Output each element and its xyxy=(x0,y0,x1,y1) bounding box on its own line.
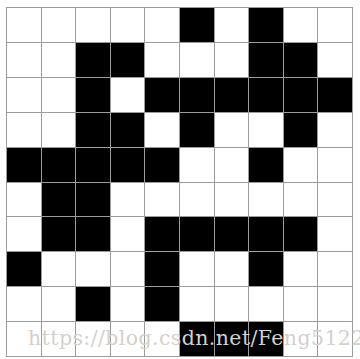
cell-r8c7[interactable] xyxy=(215,252,249,286)
cell-r6c8[interactable] xyxy=(249,183,283,217)
cell-r6c6[interactable] xyxy=(180,183,214,217)
cell-r8c5[interactable] xyxy=(145,252,179,286)
cell-r4c6[interactable] xyxy=(180,113,214,147)
cell-r1c5[interactable] xyxy=(145,8,179,42)
cell-r1c4[interactable] xyxy=(111,8,145,42)
cell-r6c4[interactable] xyxy=(111,183,145,217)
cell-r10c5[interactable] xyxy=(145,322,179,356)
cell-r10c8[interactable] xyxy=(249,322,283,356)
cell-r7c4[interactable] xyxy=(111,217,145,251)
cell-r7c3[interactable] xyxy=(76,217,110,251)
cell-r7c2[interactable] xyxy=(42,217,76,251)
cell-r3c4[interactable] xyxy=(111,78,145,112)
cell-r4c2[interactable] xyxy=(42,113,76,147)
cell-r2c9[interactable] xyxy=(284,43,318,77)
cell-r2c1[interactable] xyxy=(7,43,41,77)
cell-r4c7[interactable] xyxy=(215,113,249,147)
cell-r5c4[interactable] xyxy=(111,148,145,182)
cell-r1c8[interactable] xyxy=(249,8,283,42)
cell-r5c7[interactable] xyxy=(215,148,249,182)
cell-r10c9[interactable] xyxy=(284,322,318,356)
cell-r4c10[interactable] xyxy=(318,113,352,147)
cell-r8c8[interactable] xyxy=(249,252,283,286)
cell-r1c1[interactable] xyxy=(7,8,41,42)
cell-r2c6[interactable] xyxy=(180,43,214,77)
cell-r2c10[interactable] xyxy=(318,43,352,77)
cell-r8c4[interactable] xyxy=(111,252,145,286)
cell-r8c1[interactable] xyxy=(7,252,41,286)
cell-r10c3[interactable] xyxy=(76,322,110,356)
cell-r7c8[interactable] xyxy=(249,217,283,251)
cell-r6c1[interactable] xyxy=(7,183,41,217)
cell-r2c8[interactable] xyxy=(249,43,283,77)
cell-r5c2[interactable] xyxy=(42,148,76,182)
cell-r2c5[interactable] xyxy=(145,43,179,77)
cell-r4c4[interactable] xyxy=(111,113,145,147)
cell-r3c2[interactable] xyxy=(42,78,76,112)
cell-r8c9[interactable] xyxy=(284,252,318,286)
cell-r5c10[interactable] xyxy=(318,148,352,182)
cell-r1c10[interactable] xyxy=(318,8,352,42)
cell-r1c6[interactable] xyxy=(180,8,214,42)
cell-r6c3[interactable] xyxy=(76,183,110,217)
cell-r3c5[interactable] xyxy=(145,78,179,112)
cell-r7c6[interactable] xyxy=(180,217,214,251)
cell-r9c10[interactable] xyxy=(318,287,352,321)
cell-r5c9[interactable] xyxy=(284,148,318,182)
cell-r9c4[interactable] xyxy=(111,287,145,321)
cell-r8c6[interactable] xyxy=(180,252,214,286)
cell-r5c6[interactable] xyxy=(180,148,214,182)
cell-r10c4[interactable] xyxy=(111,322,145,356)
cell-r2c2[interactable] xyxy=(42,43,76,77)
cell-r9c1[interactable] xyxy=(7,287,41,321)
cell-r8c3[interactable] xyxy=(76,252,110,286)
cell-r1c3[interactable] xyxy=(76,8,110,42)
cell-r5c8[interactable] xyxy=(249,148,283,182)
cell-r7c9[interactable] xyxy=(284,217,318,251)
cell-r6c9[interactable] xyxy=(284,183,318,217)
cell-r6c2[interactable] xyxy=(42,183,76,217)
cell-r10c10[interactable] xyxy=(318,322,352,356)
cell-r3c7[interactable] xyxy=(215,78,249,112)
cell-r2c7[interactable] xyxy=(215,43,249,77)
cell-r9c2[interactable] xyxy=(42,287,76,321)
cell-r3c10[interactable] xyxy=(318,78,352,112)
cell-r5c1[interactable] xyxy=(7,148,41,182)
cell-r5c5[interactable] xyxy=(145,148,179,182)
cell-r9c3[interactable] xyxy=(76,287,110,321)
cell-r9c5[interactable] xyxy=(145,287,179,321)
cell-r6c5[interactable] xyxy=(145,183,179,217)
cell-r8c2[interactable] xyxy=(42,252,76,286)
cell-r2c3[interactable] xyxy=(76,43,110,77)
cell-r4c3[interactable] xyxy=(76,113,110,147)
cell-r7c1[interactable] xyxy=(7,217,41,251)
cell-r2c4[interactable] xyxy=(111,43,145,77)
cell-r6c10[interactable] xyxy=(318,183,352,217)
cell-r3c9[interactable] xyxy=(284,78,318,112)
cell-r7c10[interactable] xyxy=(318,217,352,251)
cell-r4c8[interactable] xyxy=(249,113,283,147)
cell-r9c8[interactable] xyxy=(249,287,283,321)
cell-r9c9[interactable] xyxy=(284,287,318,321)
cell-r3c6[interactable] xyxy=(180,78,214,112)
cell-r3c1[interactable] xyxy=(7,78,41,112)
puzzle-board xyxy=(6,7,353,357)
cell-r10c6[interactable] xyxy=(180,322,214,356)
cell-r4c5[interactable] xyxy=(145,113,179,147)
cell-r3c3[interactable] xyxy=(76,78,110,112)
cell-r9c7[interactable] xyxy=(215,287,249,321)
cell-r5c3[interactable] xyxy=(76,148,110,182)
cell-r1c7[interactable] xyxy=(215,8,249,42)
cell-r4c9[interactable] xyxy=(284,113,318,147)
cell-r3c8[interactable] xyxy=(249,78,283,112)
cell-r4c1[interactable] xyxy=(7,113,41,147)
cell-r7c7[interactable] xyxy=(215,217,249,251)
cell-r7c5[interactable] xyxy=(145,217,179,251)
cell-r6c7[interactable] xyxy=(215,183,249,217)
cell-r1c9[interactable] xyxy=(284,8,318,42)
cell-r10c7[interactable] xyxy=(215,322,249,356)
cell-r10c2[interactable] xyxy=(42,322,76,356)
cell-r9c6[interactable] xyxy=(180,287,214,321)
cell-r10c1[interactable] xyxy=(7,322,41,356)
cell-r8c10[interactable] xyxy=(318,252,352,286)
cell-r1c2[interactable] xyxy=(42,8,76,42)
